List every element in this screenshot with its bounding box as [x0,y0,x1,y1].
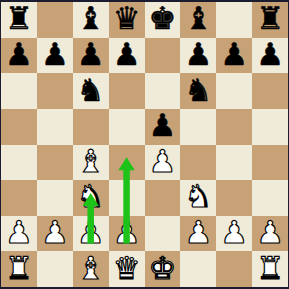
square-c3[interactable]: ♞ [73,180,109,216]
black-bishop-c8[interactable]: ♝ [77,3,105,34]
white-pawn-e4[interactable]: ♟ [149,146,177,177]
black-king-e8[interactable]: ♚ [149,3,177,34]
square-f8[interactable]: ♝ [180,2,216,38]
white-king-e1[interactable]: ♚ [149,253,177,284]
square-b6[interactable] [37,73,73,109]
square-d3[interactable] [109,180,145,216]
square-f1[interactable] [180,251,216,287]
square-e3[interactable] [145,180,181,216]
square-d6[interactable] [109,73,145,109]
square-f5[interactable] [180,109,216,145]
white-pawn-a2[interactable]: ♟ [5,217,33,248]
board-grid: ♜♝♛♚♝♜♟♟♟♟♟♟♟♞♞♟♝♟♞♞♟♟♟♟♟♟♟♜♝♛♚♜ [1,2,288,287]
square-b5[interactable] [37,109,73,145]
square-c2[interactable]: ♟ [73,216,109,252]
square-c5[interactable] [73,109,109,145]
black-pawn-e5[interactable]: ♟ [149,110,177,141]
black-pawn-a7[interactable]: ♟ [5,39,33,70]
square-b1[interactable] [37,251,73,287]
white-queen-d1[interactable]: ♛ [113,253,141,284]
square-h3[interactable] [252,180,288,216]
square-d5[interactable] [109,109,145,145]
white-knight-c3[interactable]: ♞ [77,181,105,212]
square-g6[interactable] [216,73,252,109]
black-pawn-h7[interactable]: ♟ [256,39,284,70]
white-pawn-c2[interactable]: ♟ [77,217,105,248]
square-h2[interactable]: ♟ [252,216,288,252]
square-a7[interactable]: ♟ [1,38,37,74]
black-queen-d8[interactable]: ♛ [113,3,141,34]
square-h7[interactable]: ♟ [252,38,288,74]
square-b3[interactable] [37,180,73,216]
black-pawn-b7[interactable]: ♟ [41,39,69,70]
black-pawn-f7[interactable]: ♟ [184,39,212,70]
square-d4[interactable] [109,145,145,181]
square-f6[interactable]: ♞ [180,73,216,109]
square-g3[interactable] [216,180,252,216]
square-h4[interactable] [252,145,288,181]
square-d2[interactable]: ♟ [109,216,145,252]
square-h6[interactable] [252,73,288,109]
square-e4[interactable]: ♟ [145,145,181,181]
square-a1[interactable]: ♜ [1,251,37,287]
square-c4[interactable]: ♝ [73,145,109,181]
black-knight-f6[interactable]: ♞ [184,75,212,106]
chess-board: ♜♝♛♚♝♜♟♟♟♟♟♟♟♞♞♟♝♟♞♞♟♟♟♟♟♟♟♜♝♛♚♜ [0,0,289,289]
square-c8[interactable]: ♝ [73,2,109,38]
square-e2[interactable] [145,216,181,252]
black-rook-a8[interactable]: ♜ [5,3,33,34]
square-f2[interactable]: ♟ [180,216,216,252]
square-b4[interactable] [37,145,73,181]
white-rook-h1[interactable]: ♜ [256,253,284,284]
square-e6[interactable] [145,73,181,109]
square-g4[interactable] [216,145,252,181]
square-c7[interactable]: ♟ [73,38,109,74]
white-knight-f3[interactable]: ♞ [184,181,212,212]
square-d8[interactable]: ♛ [109,2,145,38]
square-g8[interactable] [216,2,252,38]
square-f7[interactable]: ♟ [180,38,216,74]
square-e5[interactable]: ♟ [145,109,181,145]
white-bishop-c4[interactable]: ♝ [77,146,105,177]
black-pawn-c7[interactable]: ♟ [77,39,105,70]
white-rook-a1[interactable]: ♜ [5,253,33,284]
square-b8[interactable] [37,2,73,38]
square-a6[interactable] [1,73,37,109]
black-pawn-g7[interactable]: ♟ [220,39,248,70]
white-pawn-b2[interactable]: ♟ [41,217,69,248]
square-a8[interactable]: ♜ [1,2,37,38]
square-d7[interactable]: ♟ [109,38,145,74]
square-g5[interactable] [216,109,252,145]
square-e1[interactable]: ♚ [145,251,181,287]
black-bishop-f8[interactable]: ♝ [184,3,212,34]
square-f3[interactable]: ♞ [180,180,216,216]
white-pawn-h2[interactable]: ♟ [256,217,284,248]
black-rook-h8[interactable]: ♜ [256,3,284,34]
square-e8[interactable]: ♚ [145,2,181,38]
white-bishop-c1[interactable]: ♝ [77,253,105,284]
square-h1[interactable]: ♜ [252,251,288,287]
square-a3[interactable] [1,180,37,216]
square-a5[interactable] [1,109,37,145]
square-b2[interactable]: ♟ [37,216,73,252]
black-pawn-d7[interactable]: ♟ [113,39,141,70]
white-pawn-d2[interactable]: ♟ [113,217,141,248]
square-e7[interactable] [145,38,181,74]
square-g1[interactable] [216,251,252,287]
square-d1[interactable]: ♛ [109,251,145,287]
square-a4[interactable] [1,145,37,181]
white-pawn-g2[interactable]: ♟ [220,217,248,248]
square-g7[interactable]: ♟ [216,38,252,74]
square-a2[interactable]: ♟ [1,216,37,252]
square-c6[interactable]: ♞ [73,73,109,109]
black-knight-c6[interactable]: ♞ [77,75,105,106]
white-pawn-f2[interactable]: ♟ [184,217,212,248]
square-h5[interactable] [252,109,288,145]
square-g2[interactable]: ♟ [216,216,252,252]
square-f4[interactable] [180,145,216,181]
square-c1[interactable]: ♝ [73,251,109,287]
square-b7[interactable]: ♟ [37,38,73,74]
square-h8[interactable]: ♜ [252,2,288,38]
